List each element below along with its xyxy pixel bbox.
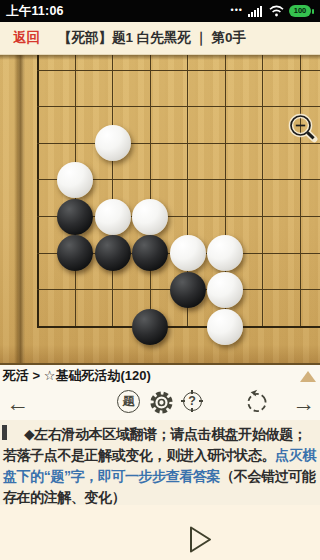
status-icons: ••• 100: [231, 5, 314, 17]
board-top-shadow: [0, 55, 320, 60]
board-left-edge: [14, 55, 25, 363]
settings-gear-icon[interactable]: [148, 389, 175, 416]
instructions-text: ◆左右滑动本区域翻谱；请点击棋盘开始做题；若落子点不是正解或变化，则进入研讨状态…: [0, 420, 320, 508]
header-bar: 返回 【死部】题1 白先黑死 ｜ 第0手: [0, 22, 320, 55]
breadcrumb[interactable]: 死活 > ☆基础死活劫(120): [3, 367, 151, 385]
black-stone[interactable]: [57, 235, 93, 271]
help-button[interactable]: ?: [181, 390, 203, 412]
topic-button-label: 题: [123, 393, 135, 410]
instructions-part1: ◆左右滑动本区域翻谱；请点击棋盘开始做题；若落子点不是正解或变化，则进入研讨状态…: [3, 426, 306, 463]
black-stone[interactable]: [132, 309, 168, 345]
white-stone[interactable]: [57, 162, 93, 198]
grid-line-vertical: [112, 55, 113, 328]
white-stone[interactable]: [207, 235, 243, 271]
toolbar: ← 题 ? →: [0, 386, 320, 420]
grid-line-horizontal: [37, 70, 320, 71]
restart-refresh-icon[interactable]: [243, 388, 271, 416]
wifi-icon: [269, 5, 284, 17]
breadcrumb-bar: 死活 > ☆基础死活劫(120): [0, 365, 320, 386]
topic-answer-button[interactable]: 题: [117, 390, 140, 413]
collapse-up-triangle-icon[interactable]: [300, 371, 316, 382]
status-bar: 上午11:06 ••• 100: [0, 0, 320, 22]
white-stone[interactable]: [170, 235, 206, 271]
prev-move-button[interactable]: ←: [6, 388, 29, 418]
page-title: 【死部】题1 白先黑死 ｜ 第0手: [58, 29, 246, 47]
grid-line-vertical: [37, 55, 39, 328]
zoom-out-icon[interactable]: [286, 110, 320, 144]
app-screen: 上午11:06 ••• 100 返回 【死部】题1 白先黑死 ｜ 第0手: [0, 0, 320, 560]
black-stone[interactable]: [57, 199, 93, 235]
grid-line-vertical: [262, 55, 263, 328]
white-stone[interactable]: [95, 199, 131, 235]
white-stone[interactable]: [207, 272, 243, 308]
black-stone[interactable]: [170, 272, 206, 308]
grid-line-horizontal: [37, 326, 320, 328]
black-stone[interactable]: [132, 235, 168, 271]
white-stone[interactable]: [95, 125, 131, 161]
scrollbar-thumb[interactable]: [2, 425, 7, 440]
grid-line-vertical: [150, 55, 151, 328]
instructions-panel[interactable]: ◆左右滑动本区域翻谱；请点击棋盘开始做题；若落子点不是正解或变化，则进入研讨状态…: [0, 420, 320, 505]
white-stone[interactable]: [207, 309, 243, 345]
battery-icon: 100: [289, 5, 311, 17]
notification-dots-icon: •••: [231, 6, 243, 15]
playback-bar: [0, 505, 320, 560]
next-move-button[interactable]: →: [292, 388, 315, 418]
black-stone[interactable]: [95, 235, 131, 271]
grid-line-horizontal: [37, 106, 320, 107]
signal-strength-icon: [248, 5, 264, 17]
status-time: 上午11:06: [6, 3, 64, 20]
play-button[interactable]: [181, 522, 217, 558]
back-button[interactable]: 返回: [13, 29, 40, 47]
grid-line-horizontal: [37, 143, 320, 144]
go-board[interactable]: [0, 55, 320, 365]
grid-line-vertical: [300, 55, 301, 328]
question-mark-icon: ?: [183, 392, 202, 411]
white-stone[interactable]: [132, 199, 168, 235]
battery-percent: 100: [294, 7, 307, 15]
